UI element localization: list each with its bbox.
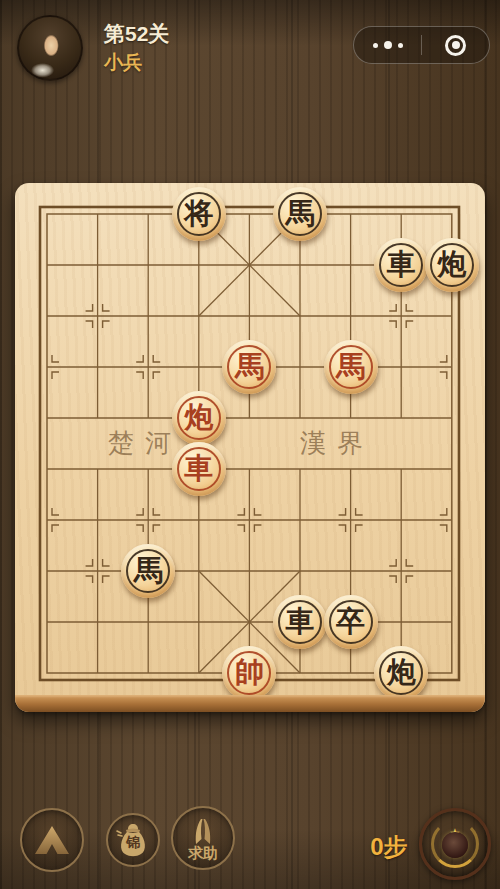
peak-arrow-icon (32, 824, 72, 856)
piece-red-帥[interactable]: 帥 (222, 646, 276, 700)
piece-character: 馬 (222, 340, 276, 392)
menu-button[interactable] (20, 808, 84, 872)
step-counter: 0步 (358, 831, 420, 863)
piece-red-馬[interactable]: 馬 (324, 340, 378, 394)
wechat-capsule (353, 26, 490, 64)
help-label: 求助 (188, 844, 218, 863)
rank-medal-badge[interactable]: ★ (419, 808, 491, 880)
piece-black-炮[interactable]: 炮 (425, 238, 479, 292)
piece-character: 馬 (121, 544, 175, 596)
app-screen: 第52关 小兵 楚河 漢界 将馬車炮馬馬炮車馬車卒帥炮 (0, 0, 500, 889)
piece-character: 炮 (425, 238, 479, 290)
piece-black-炮[interactable]: 炮 (374, 646, 428, 700)
rank-title: 小兵 (104, 50, 142, 76)
level-title: 第52关 (104, 20, 169, 48)
help-button[interactable]: 求助 (171, 806, 235, 870)
piece-red-炮[interactable]: 炮 (172, 391, 226, 445)
piece-character: 馬 (324, 340, 378, 392)
piece-red-馬[interactable]: 馬 (222, 340, 276, 394)
piece-black-卒[interactable]: 卒 (324, 595, 378, 649)
xiangqi-board[interactable]: 楚河 漢界 将馬車炮馬馬炮車馬車卒帥炮 (15, 183, 485, 712)
piece-character: 帥 (222, 646, 276, 698)
tips-button[interactable]: 锦 (106, 813, 160, 867)
player-avatar[interactable] (17, 15, 83, 81)
piece-black-車[interactable]: 車 (374, 238, 428, 292)
three-dots-icon (373, 43, 378, 48)
piece-character: 卒 (324, 595, 378, 647)
piece-character: 車 (273, 595, 327, 647)
circle-dot-icon (445, 35, 466, 56)
piece-black-車[interactable]: 車 (273, 595, 327, 649)
piece-black-馬[interactable]: 馬 (121, 544, 175, 598)
tips-label: 锦 (126, 834, 140, 852)
piece-character: 車 (172, 442, 226, 494)
medal-emblem-icon (442, 832, 468, 858)
piece-red-車[interactable]: 車 (172, 442, 226, 496)
piece-character: 炮 (172, 391, 226, 443)
piece-character: 炮 (374, 646, 428, 698)
piece-black-馬[interactable]: 馬 (273, 187, 327, 241)
piece-character: 車 (374, 238, 428, 290)
more-button[interactable] (354, 27, 421, 63)
river-label-right: 漢界 (300, 426, 374, 461)
exit-button[interactable] (422, 27, 489, 63)
praying-hands-icon (186, 818, 220, 846)
piece-black-将[interactable]: 将 (172, 187, 226, 241)
piece-character: 馬 (273, 187, 327, 239)
board-edge (15, 695, 485, 712)
piece-character: 将 (172, 187, 226, 239)
